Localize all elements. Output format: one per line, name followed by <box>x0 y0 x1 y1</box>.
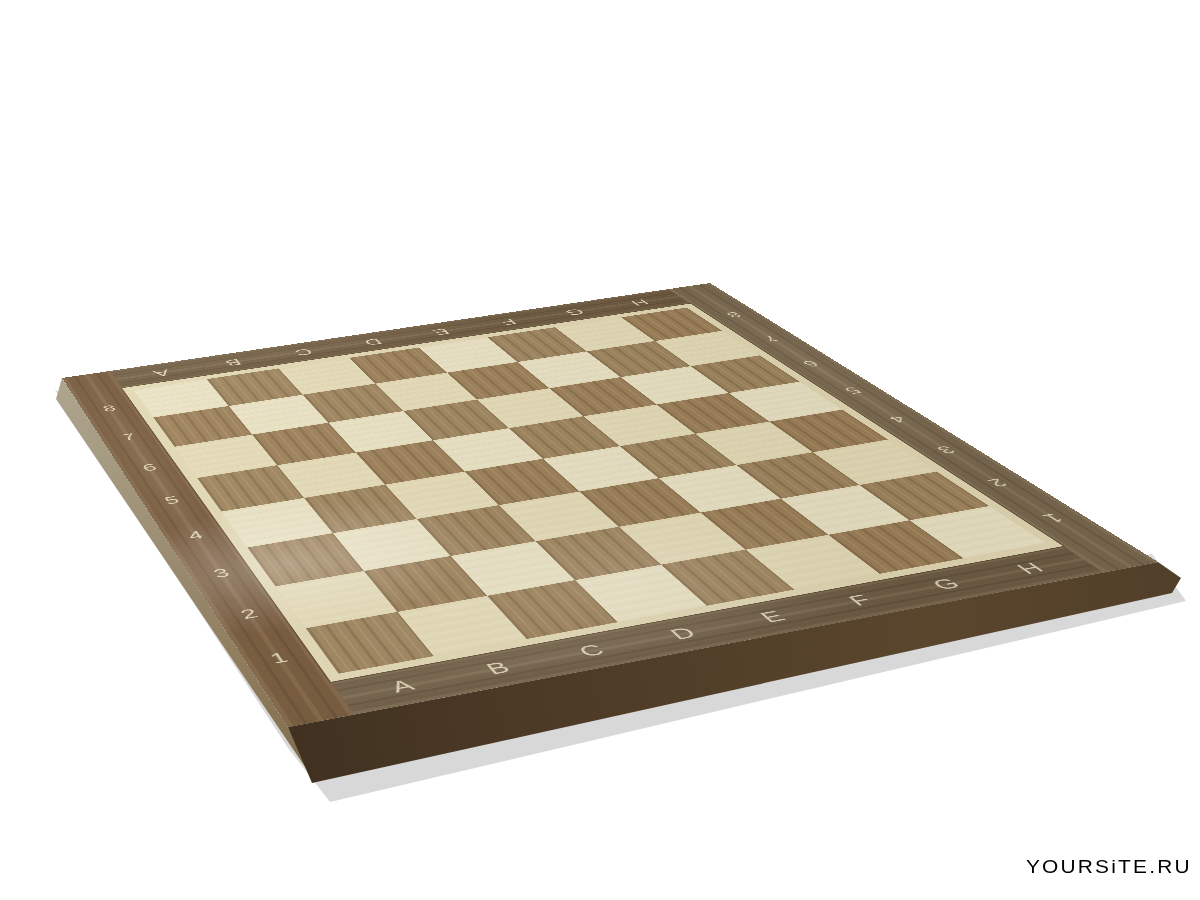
watermark: YOURSiTE.RU <box>1026 856 1192 878</box>
chess-board: AABBCCDDEEFFGGHH8877665544332211 <box>62 283 1158 727</box>
scene: AABBCCDDEEFFGGHH8877665544332211 YOURSiT… <box>0 0 1200 900</box>
